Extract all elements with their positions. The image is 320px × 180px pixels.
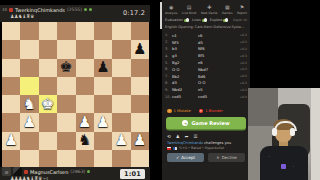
square-c7[interactable]: [39, 40, 57, 58]
square-e1[interactable]: [76, 150, 94, 168]
toggle-explore[interactable]: Explore: [210, 18, 229, 22]
bottom-clock: 1:01: [120, 169, 145, 179]
top-player-rating: (2555): [67, 7, 82, 12]
square-d2[interactable]: [57, 132, 75, 150]
square-b4[interactable]: ♞: [20, 95, 38, 113]
mistake-count: ! 1 Mistake: [167, 109, 191, 114]
square-c6[interactable]: [39, 59, 57, 77]
opening-name: English Opening: Caro-Kann Defensive Sys…: [162, 23, 250, 31]
square-b6[interactable]: [20, 59, 38, 77]
white-pawn-b3[interactable]: ♟: [23, 115, 36, 130]
square-b3[interactable]: ♟: [20, 113, 38, 131]
top-player-bar: 48 TwerkinqChimkands (2555) ♟♟♞♝♜♛ 0:17.…: [0, 5, 150, 22]
move-list: 1.c4c6+0.22.Nf3d5+0.33.b3Nf6+0.24.g3Bf5+…: [162, 31, 250, 100]
move-eval: +0.3: [240, 54, 247, 58]
webcam-wall-strip: [311, 88, 320, 180]
square-h5[interactable]: [131, 77, 149, 95]
square-h3[interactable]: [131, 113, 149, 131]
square-a8[interactable]: [2, 22, 20, 40]
streamer-hoodie: [260, 146, 308, 180]
black-knight-e2[interactable]: ♞: [78, 133, 91, 148]
toggle-lines[interactable]: Lines: [192, 18, 207, 22]
flag-icon: [167, 147, 171, 150]
move-row: 5.Bg2e6+0.2: [165, 59, 247, 66]
move-row: 7.Bb2Bd6+0.2: [165, 73, 247, 80]
move-row: 1.c4c6+0.2: [165, 32, 247, 39]
pieces-icon[interactable]: ♟: [176, 134, 180, 139]
toggle-switch[interactable]: [184, 19, 189, 22]
tab-new-game[interactable]: ✚New Game: [201, 5, 217, 15]
square-e5[interactable]: [76, 77, 94, 95]
analysis-panel: ◉Analysis▤Live Book✚New Game▦Games⚑Repor…: [162, 0, 250, 180]
square-a4[interactable]: [2, 95, 20, 113]
square-h6[interactable]: [131, 59, 149, 77]
square-g4[interactable]: [112, 95, 130, 113]
square-f1[interactable]: [94, 150, 112, 168]
black-king-d6[interactable]: ♚: [60, 60, 73, 75]
move-eval: +0.2: [240, 33, 247, 37]
square-c1[interactable]: [39, 150, 57, 168]
square-g6[interactable]: [112, 59, 130, 77]
square-e6[interactable]: [76, 59, 94, 77]
black-move[interactable]: Bf5: [198, 53, 224, 58]
tab-games[interactable]: ▦Games: [222, 5, 233, 15]
decline-button[interactable]: ✕ Decline: [208, 153, 245, 162]
headphones-earcup-icon: [272, 128, 277, 136]
square-h1[interactable]: [131, 150, 149, 168]
top-clock: 0:17.2: [123, 9, 145, 17]
share-icon[interactable]: ➦: [185, 134, 189, 139]
white-pawn-g2[interactable]: ♟: [115, 133, 128, 148]
square-a1[interactable]: [2, 150, 20, 168]
move-row: 8.d3O-O+0.3: [165, 80, 247, 87]
square-d8[interactable]: [57, 22, 75, 40]
title-badge-icon: [24, 170, 28, 174]
white-move[interactable]: g3: [172, 53, 198, 58]
square-d4[interactable]: [57, 95, 75, 113]
mistake-icon: !: [167, 109, 172, 114]
square-h8[interactable]: [131, 22, 149, 40]
hoodie-logo: [281, 164, 286, 169]
white-move[interactable]: Bg2: [172, 60, 198, 65]
stream-screen: 48 TwerkinqChimkands (2555) ♟♟♞♝♜♛ 0:17.…: [0, 0, 320, 180]
white-move[interactable]: c4: [172, 33, 198, 38]
review-arrow-icon: ➜: [182, 120, 188, 126]
black-pawn-f6[interactable]: ♟: [96, 60, 109, 75]
online-dot-icon: [84, 8, 87, 11]
black-move[interactable]: O-O: [198, 80, 224, 85]
tab-icon: ◉: [169, 5, 173, 10]
tab-icon: ▤: [187, 5, 192, 10]
move-eval: +0.3: [240, 81, 247, 85]
move-eval: +0.3: [240, 67, 247, 71]
square-f7[interactable]: [94, 40, 112, 58]
square-e4[interactable]: [76, 95, 94, 113]
tab-live-book[interactable]: ▤Live Book: [182, 5, 197, 15]
square-f3[interactable]: ♟: [94, 113, 112, 131]
square-f6[interactable]: ♟: [94, 59, 112, 77]
board-tools-row: ⟲♟➦☰: [162, 131, 250, 140]
menu-icon[interactable]: ☰: [194, 134, 198, 139]
square-d1[interactable]: [57, 150, 75, 168]
white-move[interactable]: Bb2: [172, 74, 198, 79]
cross-icon: ✕: [216, 155, 219, 160]
white-move[interactable]: Nf3: [172, 40, 198, 45]
material-advantage: +4: [43, 176, 48, 180]
move-eval: +0.2: [240, 74, 247, 78]
black-move[interactable]: d5: [198, 40, 224, 45]
square-e3[interactable]: ♟: [76, 113, 94, 131]
tab-icon: ▦: [225, 5, 230, 10]
streamer-badge-icon: [9, 8, 13, 12]
move-eval: +0.2: [240, 47, 247, 51]
review-summary: ! 1 Mistake ✕ 1 Blunder: [162, 100, 250, 116]
square-b1[interactable]: [20, 150, 38, 168]
square-e7[interactable]: [76, 40, 94, 58]
white-move[interactable]: cxd5: [172, 94, 198, 99]
square-a3[interactable]: [2, 113, 20, 131]
square-g5[interactable]: [112, 77, 130, 95]
move-row: 2.Nf3d5+0.3: [165, 39, 247, 46]
square-c5[interactable]: [39, 77, 57, 95]
move-eval: +0.4: [240, 95, 247, 99]
square-f8[interactable]: [94, 22, 112, 40]
square-h4[interactable]: [131, 95, 149, 113]
top-player-name[interactable]: TwerkinqChimkands: [15, 7, 65, 13]
square-h2[interactable]: ♟: [131, 132, 149, 150]
white-pawn-f3[interactable]: ♟: [96, 115, 109, 130]
black-move[interactable]: Nf6: [198, 46, 224, 51]
move-row: 6.O-ONbd7+0.3: [165, 66, 247, 73]
flip-board-icon[interactable]: ⟲: [167, 134, 171, 139]
square-c8[interactable]: [39, 22, 57, 40]
challenge-buttons: ✓ Accept ✕ Decline: [162, 151, 250, 164]
black-move[interactable]: e5: [198, 87, 224, 92]
move-row: 10.cxd5cxd5+0.4: [165, 93, 247, 100]
square-a7[interactable]: [2, 40, 20, 58]
white-pawn-h2[interactable]: ♟: [133, 133, 146, 148]
square-h7[interactable]: ♟: [131, 40, 149, 58]
white-pawn-e3[interactable]: ♟: [78, 115, 91, 130]
headphones-earcup-icon: [290, 128, 295, 136]
square-f5[interactable]: [94, 77, 112, 95]
square-b8[interactable]: [20, 22, 38, 40]
blunder-icon: ✕: [199, 109, 204, 114]
white-move[interactable]: b3: [172, 46, 198, 51]
square-c2[interactable]: [39, 132, 57, 150]
white-move[interactable]: d3: [172, 80, 198, 85]
square-g2[interactable]: ♟: [112, 132, 130, 150]
square-a6[interactable]: [2, 59, 20, 77]
bottom-player-rating: (2863): [70, 169, 85, 174]
bottom-player-bar: ≋ MagnusCarlsen (2863) ♟♟♟♟♞♝♜♛+4 1:01: [0, 167, 150, 180]
move-eval: +0.2: [240, 61, 247, 65]
tab-icon: ✚: [207, 5, 211, 10]
tab-icon: ⚑: [240, 5, 244, 10]
challenger-name[interactable]: TwerkinqChimkands: [167, 141, 203, 145]
move-eval: +0.3: [240, 40, 247, 44]
white-move[interactable]: Nbd2: [172, 87, 198, 92]
game-review-button[interactable]: ➜ Game Review: [166, 117, 246, 129]
square-g7[interactable]: [112, 40, 130, 58]
square-g8[interactable]: [112, 22, 130, 40]
black-move[interactable]: c6: [198, 33, 224, 38]
square-e8[interactable]: [76, 22, 94, 40]
black-move[interactable]: e6: [198, 60, 224, 65]
toggle-switch[interactable]: [202, 19, 207, 22]
square-a5[interactable]: [2, 77, 20, 95]
toggle-evaluation[interactable]: Evaluation: [165, 18, 189, 22]
toggle-row: EvaluationLinesExploreDepth 18: [162, 16, 250, 23]
move-row: 3.b3Nf6+0.2: [165, 46, 247, 53]
move-row: 4.g3Bf5+0.3: [165, 52, 247, 59]
square-g1[interactable]: [112, 150, 130, 168]
blunder-count: ✕ 1 Blunder: [199, 109, 223, 114]
bottom-player-name[interactable]: MagnusCarlsen: [30, 169, 68, 175]
move-eval: +0.2: [240, 88, 247, 92]
webcam-feed: [248, 88, 320, 180]
flag-icon: [173, 147, 177, 150]
black-move[interactable]: cxd5: [198, 94, 224, 99]
check-icon: ✓: [176, 155, 179, 160]
accept-button[interactable]: ✓ Accept: [167, 153, 204, 162]
tournament-dot-icon: [89, 8, 92, 11]
square-c4[interactable]: ♚: [39, 95, 57, 113]
move-row: 9.Nbd2e5+0.2: [165, 86, 247, 93]
square-f2[interactable]: [94, 132, 112, 150]
square-e2[interactable]: ♞: [76, 132, 94, 150]
black-move[interactable]: Bd6: [198, 74, 224, 79]
square-d5[interactable]: [57, 77, 75, 95]
square-g3[interactable]: [112, 113, 130, 131]
white-pawn-a2[interactable]: ♟: [4, 133, 17, 148]
white-king-c4[interactable]: ♚: [41, 97, 54, 112]
square-b5[interactable]: [20, 77, 38, 95]
viewer-count: 48: [2, 7, 7, 12]
white-knight-b4[interactable]: ♞: [23, 97, 36, 112]
square-d7[interactable]: [57, 40, 75, 58]
tab-report[interactable]: ⚑Report: [237, 5, 247, 15]
black-move[interactable]: Nbd7: [198, 67, 224, 72]
square-f4[interactable]: [94, 95, 112, 113]
white-move[interactable]: O-O: [172, 67, 198, 72]
square-c3[interactable]: [39, 113, 57, 131]
square-a2[interactable]: ♟: [2, 132, 20, 150]
tab-analysis[interactable]: ◉Analysis: [165, 5, 177, 15]
square-b7[interactable]: [20, 40, 38, 58]
panel-tabs: ◉Analysis▤Live Book✚New Game▦Games⚑Repor…: [162, 0, 250, 16]
chess-board[interactable]: ♟♚♟♞♚♟♟♟♟♞♟♟: [2, 22, 149, 168]
black-pawn-h7[interactable]: ♟: [133, 42, 146, 57]
online-dot-icon: [87, 170, 90, 173]
engine-depth: Depth 18: [233, 18, 247, 22]
toggle-switch[interactable]: [223, 19, 228, 22]
square-b2[interactable]: [20, 132, 38, 150]
square-d3[interactable]: [57, 113, 75, 131]
square-d6[interactable]: ♚: [57, 59, 75, 77]
